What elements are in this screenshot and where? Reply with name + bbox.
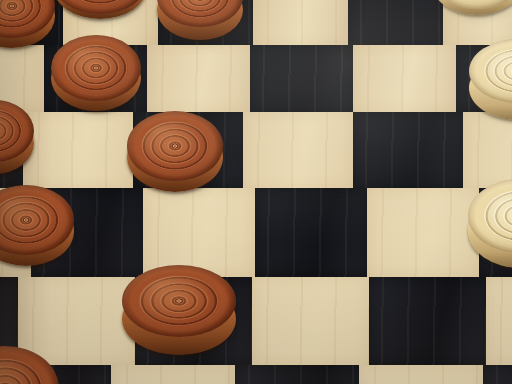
board-row-4: [0, 277, 512, 365]
checker-piece-dark[interactable]: ⛂: [147, 0, 253, 58]
checker-piece-dark[interactable]: ⛂: [0, 175, 84, 284]
square-r1c4[interactable]: [353, 45, 456, 112]
checker-piece-light[interactable]: ⛀: [458, 169, 512, 286]
light-checker-glyph: ⛀: [455, 0, 499, 3]
dark-checker-glyph: ⛂: [152, 118, 199, 174]
light-checker-glyph: ⛀: [498, 46, 512, 97]
piece-top-face: ⛂: [51, 35, 141, 101]
checker-piece-dark[interactable]: ⛂: [0, 336, 69, 384]
checkers-photo-stage: ⛂⛀⛂⛂⛂⛀⛂⛂⛀⛂⛂⛂: [0, 0, 512, 384]
square-r5c5[interactable]: [483, 365, 512, 384]
dark-checker-glyph: ⛂: [79, 0, 122, 8]
dark-checker-glyph: ⛂: [155, 272, 204, 330]
piece-top-face: ⛂: [0, 346, 59, 384]
piece-top-face: ⛂: [127, 111, 223, 181]
square-r4c3[interactable]: [252, 277, 369, 365]
dark-checker-glyph: ⛂: [74, 42, 118, 95]
light-checker-glyph: ⛀: [496, 187, 512, 246]
square-r4c4[interactable]: [369, 277, 486, 365]
square-r5c3[interactable]: [235, 365, 359, 384]
dark-checker-glyph: ⛂: [0, 106, 15, 156]
square-r5c4[interactable]: [359, 365, 483, 384]
checker-piece-light[interactable]: ⛀: [459, 29, 512, 138]
piece-top-face: ⛂: [122, 265, 236, 337]
checker-piece-dark[interactable]: ⛂: [112, 255, 246, 373]
checker-piece-dark[interactable]: ⛂: [117, 101, 233, 210]
square-r3c3[interactable]: [255, 188, 367, 277]
square-r2c3[interactable]: [243, 112, 353, 188]
square-r4c5[interactable]: [486, 277, 512, 365]
square-r0c3[interactable]: [253, 0, 348, 45]
board-row-5: [0, 365, 512, 384]
dark-checker-glyph: ⛂: [3, 192, 50, 248]
dark-checker-glyph: ⛂: [0, 0, 33, 32]
square-r2c4[interactable]: [353, 112, 463, 188]
dark-checker-glyph: ⛂: [180, 0, 220, 21]
dark-checker-glyph: ⛂: [0, 355, 33, 384]
square-r1c3[interactable]: [250, 45, 353, 112]
